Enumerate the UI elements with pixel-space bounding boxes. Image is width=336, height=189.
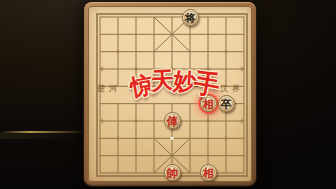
piece-black-soldier[interactable]: 卒 (218, 95, 235, 112)
background-light-streak-soft (0, 133, 80, 139)
piece-red-general[interactable]: 帥 (164, 164, 181, 181)
river-label-chu: 楚河 (97, 84, 121, 94)
piece-black-general[interactable]: 将 (182, 9, 199, 26)
piece-red-elephant[interactable]: 相 (200, 164, 217, 181)
board-grid (88, 6, 252, 182)
game-screen: 楚河 汉界 将相卒俥帥相 惊 天 妙 手 (0, 0, 336, 189)
piece-red-elephant[interactable]: 相 (200, 95, 217, 112)
sparkle-dot (170, 137, 173, 140)
xiangqi-board-frame: 楚河 汉界 将相卒俥帥相 (84, 2, 256, 186)
river-label-han: 汉界 (220, 84, 244, 94)
piece-red-chariot[interactable]: 俥 (164, 112, 181, 129)
xiangqi-board[interactable]: 楚河 汉界 将相卒俥帥相 (88, 6, 252, 182)
